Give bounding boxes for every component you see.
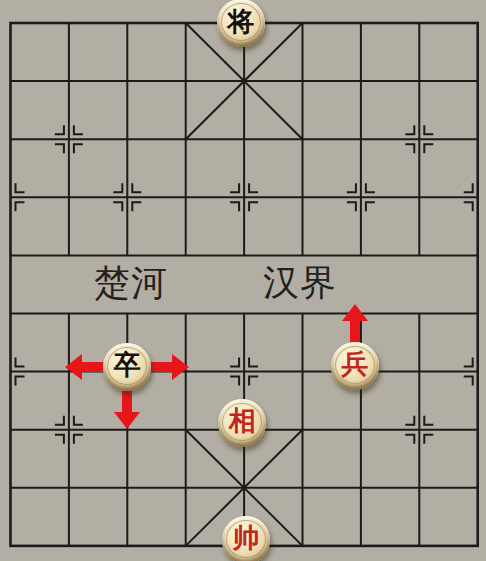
- arrow-shaft: [350, 320, 360, 343]
- piece-red-elephant[interactable]: 相: [218, 399, 266, 447]
- move-arrow-right: [149, 354, 189, 380]
- piece-red-soldier[interactable]: 兵: [331, 342, 379, 390]
- piece-black-soldier[interactable]: 卒: [103, 343, 151, 391]
- piece-character: 兵: [341, 351, 368, 378]
- arrow-head: [65, 354, 82, 380]
- board-grid-lines: [0, 0, 486, 561]
- move-arrow-down: [114, 389, 140, 429]
- river-label-han-jie: 汉界: [263, 259, 337, 308]
- piece-black-general[interactable]: 将: [217, 0, 265, 47]
- arrow-shaft: [150, 362, 173, 372]
- river-label-chu-he: 楚河: [94, 259, 168, 308]
- move-arrow-up: [342, 304, 368, 344]
- piece-red-general[interactable]: 帅: [222, 516, 270, 561]
- arrow-head: [342, 304, 368, 321]
- piece-character: 将: [228, 9, 255, 36]
- arrow-shaft: [122, 390, 132, 413]
- arrow-head: [172, 354, 189, 380]
- xiangqi-board: 楚河 汉界 将卒兵相帅: [0, 0, 486, 561]
- move-arrow-left: [65, 354, 105, 380]
- arrow-shaft: [81, 362, 104, 372]
- arrow-head: [114, 412, 140, 429]
- piece-character: 相: [229, 408, 256, 435]
- piece-character: 卒: [114, 352, 141, 379]
- piece-character: 帅: [233, 525, 260, 552]
